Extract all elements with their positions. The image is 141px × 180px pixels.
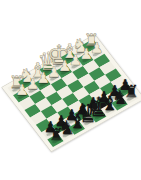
chess-set-photo: ♜♞♝♛♚♝♞♜♟♟♟♟♟♟♟♟♟♟♟♟♟♟♟♟♜♞♝♛♚♝♞♜ — [0, 0, 141, 180]
board-grid: ♜♞♝♛♚♝♞♜♟♟♟♟♟♟♟♟♟♟♟♟♟♟♟♟♜♞♝♛♚♝♞♜ — [7, 39, 138, 147]
board-mat: ♜♞♝♛♚♝♞♜♟♟♟♟♟♟♟♟♟♟♟♟♟♟♟♟♜♞♝♛♚♝♞♜ — [1, 34, 141, 152]
